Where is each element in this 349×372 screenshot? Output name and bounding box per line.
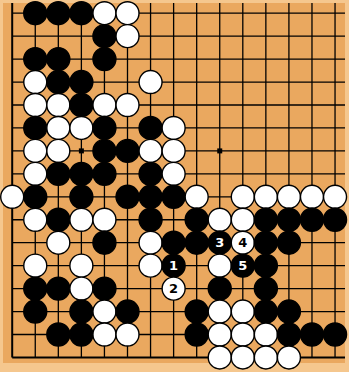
white-stone xyxy=(1,185,24,208)
black-stone xyxy=(24,185,47,208)
black-stone xyxy=(70,300,93,323)
black-stone xyxy=(162,185,185,208)
white-stone xyxy=(139,231,162,254)
black-stone xyxy=(116,185,139,208)
black-stone xyxy=(47,323,70,346)
white-stone xyxy=(324,185,347,208)
black-stone xyxy=(277,323,300,346)
white-stone xyxy=(162,116,185,139)
black-stone xyxy=(185,231,208,254)
black-stone xyxy=(139,162,162,185)
black-stone xyxy=(254,231,277,254)
black-stone xyxy=(47,48,70,71)
white-stone xyxy=(277,185,300,208)
white-stone xyxy=(24,162,47,185)
black-stone xyxy=(47,277,70,300)
white-stone xyxy=(24,71,47,94)
black-stone xyxy=(70,162,93,185)
black-stone xyxy=(47,162,70,185)
white-stone xyxy=(93,94,116,117)
white-stone xyxy=(70,208,93,231)
white-stone xyxy=(254,346,277,369)
white-stone xyxy=(139,71,162,94)
white-stone xyxy=(93,300,116,323)
black-stone xyxy=(70,94,93,117)
white-stone xyxy=(93,208,116,231)
black-stone xyxy=(300,323,323,346)
move-number-label: 3 xyxy=(215,235,224,250)
move-number-label: 4 xyxy=(238,235,247,250)
white-stone xyxy=(162,139,185,162)
black-stone xyxy=(93,25,116,48)
white-stone xyxy=(231,185,254,208)
white-stone xyxy=(208,208,231,231)
white-stone xyxy=(208,346,231,369)
black-stone xyxy=(162,231,185,254)
black-stone xyxy=(139,185,162,208)
black-stone xyxy=(24,48,47,71)
black-stone xyxy=(93,277,116,300)
black-stone xyxy=(70,71,93,94)
black-stone xyxy=(185,323,208,346)
white-stone xyxy=(277,346,300,369)
black-stone xyxy=(300,208,323,231)
white-stone xyxy=(139,254,162,277)
black-stone xyxy=(93,116,116,139)
white-stone xyxy=(24,208,47,231)
black-stone xyxy=(116,139,139,162)
black-stone xyxy=(185,300,208,323)
white-stone xyxy=(231,300,254,323)
white-stone xyxy=(208,300,231,323)
black-stone xyxy=(208,277,231,300)
white-stone xyxy=(185,185,208,208)
black-stone xyxy=(324,323,347,346)
white-stone xyxy=(231,323,254,346)
move-number-label: 1 xyxy=(169,258,178,273)
star-point xyxy=(217,148,222,153)
white-stone xyxy=(300,185,323,208)
black-stone xyxy=(254,254,277,277)
white-stone xyxy=(47,231,70,254)
black-stone xyxy=(277,231,300,254)
go-board: 12345 xyxy=(0,0,349,372)
white-stone xyxy=(93,323,116,346)
white-stone xyxy=(116,2,139,25)
star-point xyxy=(79,148,84,153)
white-stone xyxy=(162,162,185,185)
black-stone xyxy=(254,300,277,323)
white-stone xyxy=(231,208,254,231)
white-stone xyxy=(47,94,70,117)
white-stone xyxy=(231,346,254,369)
white-stone xyxy=(254,323,277,346)
black-stone xyxy=(93,162,116,185)
white-stone xyxy=(70,254,93,277)
black-stone xyxy=(70,2,93,25)
white-stone xyxy=(208,254,231,277)
white-stone xyxy=(93,2,116,25)
black-stone xyxy=(324,208,347,231)
black-stone xyxy=(254,277,277,300)
black-stone xyxy=(277,208,300,231)
black-stone xyxy=(47,71,70,94)
black-stone xyxy=(24,300,47,323)
white-stone xyxy=(116,25,139,48)
black-stone xyxy=(70,323,93,346)
move-number-label: 5 xyxy=(238,258,247,273)
black-stone xyxy=(93,139,116,162)
white-stone xyxy=(24,254,47,277)
white-stone xyxy=(47,139,70,162)
white-stone xyxy=(24,139,47,162)
black-stone xyxy=(116,300,139,323)
white-stone xyxy=(116,323,139,346)
white-stone xyxy=(70,277,93,300)
white-stone xyxy=(24,94,47,117)
black-stone xyxy=(24,277,47,300)
black-stone xyxy=(277,300,300,323)
black-stone xyxy=(47,208,70,231)
white-stone xyxy=(47,116,70,139)
black-stone xyxy=(70,185,93,208)
white-stone xyxy=(139,139,162,162)
white-stone xyxy=(70,116,93,139)
black-stone xyxy=(93,231,116,254)
black-stone xyxy=(254,208,277,231)
black-stone xyxy=(139,208,162,231)
black-stone xyxy=(24,116,47,139)
black-stone xyxy=(93,48,116,71)
white-stone xyxy=(254,185,277,208)
black-stone xyxy=(185,208,208,231)
black-stone xyxy=(47,2,70,25)
white-stone xyxy=(116,94,139,117)
black-stone xyxy=(24,2,47,25)
go-problem-diagram: 12345 xyxy=(0,0,349,372)
white-stone xyxy=(208,323,231,346)
black-stone xyxy=(139,116,162,139)
move-number-label: 2 xyxy=(169,281,178,296)
